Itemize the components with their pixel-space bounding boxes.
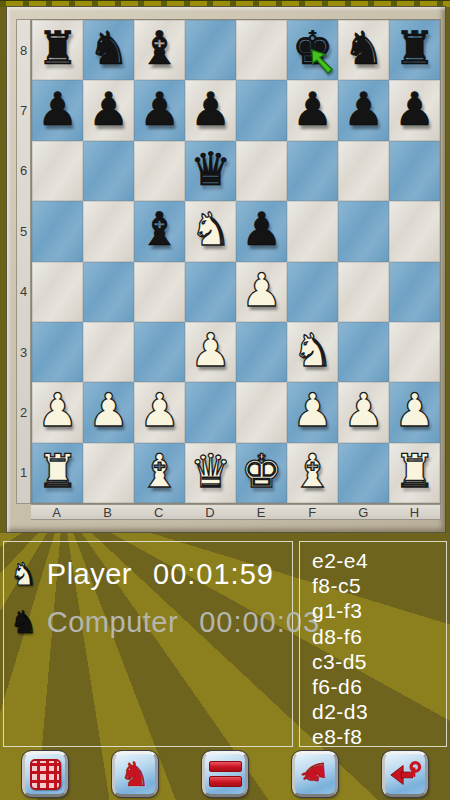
square-b2[interactable]: ♟ bbox=[83, 382, 134, 442]
black-knight: ♞ bbox=[343, 25, 384, 71]
undo-arrow-icon bbox=[388, 758, 422, 790]
black-pawn: ♟ bbox=[88, 86, 129, 132]
white-knight-icon: ♞ bbox=[10, 559, 38, 590]
panels-button[interactable] bbox=[202, 751, 248, 797]
square-g7[interactable]: ♟ bbox=[338, 80, 389, 140]
square-b5[interactable] bbox=[83, 201, 134, 261]
player-clock: 00:01:59 bbox=[153, 558, 274, 591]
square-f6[interactable] bbox=[287, 141, 338, 201]
bottom-panel: ♞ Player 00:01:59 ♞ Computer 00:00:03 e2… bbox=[0, 533, 450, 800]
square-g1[interactable] bbox=[338, 443, 389, 503]
black-pawn: ♟ bbox=[190, 86, 231, 132]
rank-label-1: 1 bbox=[17, 443, 30, 503]
knight-button[interactable]: ♞ bbox=[112, 751, 158, 797]
square-b4[interactable] bbox=[83, 262, 134, 322]
move-list-item[interactable]: d8-f6 bbox=[312, 624, 446, 649]
square-e5[interactable]: ♟ bbox=[236, 201, 287, 261]
square-d8[interactable] bbox=[185, 20, 236, 80]
black-bishop: ♝ bbox=[139, 206, 180, 252]
black-rook: ♜ bbox=[394, 25, 435, 71]
square-e4[interactable]: ♟ bbox=[236, 262, 287, 322]
black-pawn: ♟ bbox=[292, 86, 333, 132]
square-c7[interactable]: ♟ bbox=[134, 80, 185, 140]
undo-button[interactable] bbox=[382, 751, 428, 797]
white-bishop: ♝ bbox=[292, 448, 333, 494]
white-pawn: ♟ bbox=[139, 387, 180, 433]
square-b1[interactable] bbox=[83, 443, 134, 503]
white-bishop: ♝ bbox=[139, 448, 180, 494]
black-queen: ♛ bbox=[190, 146, 231, 192]
white-rook: ♜ bbox=[37, 448, 78, 494]
square-h3[interactable] bbox=[389, 322, 440, 382]
black-knight: ♞ bbox=[88, 25, 129, 71]
square-g5[interactable] bbox=[338, 201, 389, 261]
grid-icon bbox=[30, 759, 61, 790]
square-d4[interactable] bbox=[185, 262, 236, 322]
square-c1[interactable]: ♝ bbox=[134, 443, 185, 503]
fallen-piece-button[interactable]: ♞ bbox=[292, 751, 338, 797]
square-c6[interactable] bbox=[134, 141, 185, 201]
split-bars-icon bbox=[209, 758, 242, 790]
square-g8[interactable]: ♞ bbox=[338, 20, 389, 80]
square-e2[interactable] bbox=[236, 382, 287, 442]
rank-label-4: 4 bbox=[17, 262, 30, 322]
square-h1[interactable]: ♜ bbox=[389, 443, 440, 503]
square-h5[interactable] bbox=[389, 201, 440, 261]
move-list-item[interactable]: f8-c5 bbox=[312, 573, 446, 598]
square-b3[interactable] bbox=[83, 322, 134, 382]
white-pawn: ♟ bbox=[241, 267, 282, 313]
move-list-item[interactable]: e8-f8 bbox=[312, 724, 446, 747]
move-list-item[interactable]: g1-f3 bbox=[312, 598, 446, 623]
square-f4[interactable] bbox=[287, 262, 338, 322]
black-pawn: ♟ bbox=[139, 86, 180, 132]
chess-board[interactable]: ♜♞♝♚♞♜♟♟♟♟♟♟♟♛♝♞♟♟♟♞♟♟♟♟♟♟♜♝♛♚♝♜ bbox=[31, 19, 441, 504]
black-pawn: ♟ bbox=[37, 86, 78, 132]
square-e8[interactable] bbox=[236, 20, 287, 80]
board-grid-button[interactable] bbox=[22, 751, 68, 797]
white-pawn: ♟ bbox=[37, 387, 78, 433]
square-c2[interactable]: ♟ bbox=[134, 382, 185, 442]
rank-label-5: 5 bbox=[17, 201, 30, 261]
rank-label-2: 2 bbox=[17, 382, 30, 442]
toolbar: ♞ ♞ bbox=[0, 751, 450, 797]
last-move-cursor-icon bbox=[310, 48, 337, 75]
square-h2[interactable]: ♟ bbox=[389, 382, 440, 442]
file-label-a: A bbox=[31, 505, 82, 520]
board-frame: 87654321 ♜♞♝♚♞♜♟♟♟♟♟♟♟♛♝♞♟♟♟♞♟♟♟♟♟♟♜♝♛♚♝… bbox=[6, 6, 446, 533]
square-d3[interactable]: ♟ bbox=[185, 322, 236, 382]
file-label-g: G bbox=[338, 505, 389, 520]
white-rook: ♜ bbox=[394, 448, 435, 494]
move-list[interactable]: e2-e4f8-c5g1-f3d8-f6c3-d5f6-d6d2-d3e8-f8 bbox=[299, 541, 447, 747]
square-e6[interactable] bbox=[236, 141, 287, 201]
black-pawn: ♟ bbox=[394, 86, 435, 132]
chess-app-screen: 87654321 ♜♞♝♚♞♜♟♟♟♟♟♟♟♛♝♞♟♟♟♞♟♟♟♟♟♟♜♝♛♚♝… bbox=[0, 0, 450, 800]
file-label-e: E bbox=[236, 505, 287, 520]
square-e1[interactable]: ♚ bbox=[236, 443, 287, 503]
square-d7[interactable]: ♟ bbox=[185, 80, 236, 140]
move-list-item[interactable]: d2-d3 bbox=[312, 699, 446, 724]
square-h7[interactable]: ♟ bbox=[389, 80, 440, 140]
player-row-black: ♞ Computer 00:00:03 bbox=[10, 606, 292, 639]
square-a5[interactable] bbox=[32, 201, 83, 261]
square-c3[interactable] bbox=[134, 322, 185, 382]
player-name: Player bbox=[47, 558, 132, 591]
square-a8[interactable]: ♜ bbox=[32, 20, 83, 80]
square-g4[interactable] bbox=[338, 262, 389, 322]
square-a7[interactable]: ♟ bbox=[32, 80, 83, 140]
white-pawn: ♟ bbox=[292, 387, 333, 433]
square-b7[interactable]: ♟ bbox=[83, 80, 134, 140]
white-knight: ♞ bbox=[190, 206, 231, 252]
white-knight: ♞ bbox=[292, 327, 333, 373]
square-h6[interactable] bbox=[389, 141, 440, 201]
black-knight-icon: ♞ bbox=[10, 607, 38, 638]
square-g6[interactable] bbox=[338, 141, 389, 201]
black-bishop: ♝ bbox=[139, 25, 180, 71]
rank-label-6: 6 bbox=[17, 141, 30, 201]
rank-labels: 87654321 bbox=[16, 19, 31, 504]
file-label-d: D bbox=[184, 505, 235, 520]
square-e3[interactable] bbox=[236, 322, 287, 382]
file-label-h: H bbox=[389, 505, 440, 520]
white-pawn: ♟ bbox=[88, 387, 129, 433]
square-f7[interactable]: ♟ bbox=[287, 80, 338, 140]
rank-label-3: 3 bbox=[17, 322, 30, 382]
rank-label-7: 7 bbox=[17, 80, 30, 140]
square-c5[interactable]: ♝ bbox=[134, 201, 185, 261]
square-d2[interactable] bbox=[185, 382, 236, 442]
white-queen: ♛ bbox=[190, 448, 231, 494]
square-a2[interactable]: ♟ bbox=[32, 382, 83, 442]
square-h8[interactable]: ♜ bbox=[389, 20, 440, 80]
file-labels: ABCDEFGH bbox=[31, 504, 441, 520]
fallen-piece-icon: ♞ bbox=[297, 757, 330, 787]
computer-name: Computer bbox=[47, 606, 178, 639]
white-king: ♚ bbox=[241, 448, 282, 494]
file-label-f: F bbox=[287, 505, 338, 520]
white-pawn: ♟ bbox=[190, 327, 231, 373]
player-row-white: ♞ Player 00:01:59 bbox=[10, 558, 292, 591]
square-b8[interactable]: ♞ bbox=[83, 20, 134, 80]
square-c4[interactable] bbox=[134, 262, 185, 322]
square-e7[interactable] bbox=[236, 80, 287, 140]
square-g2[interactable]: ♟ bbox=[338, 382, 389, 442]
square-d5[interactable]: ♞ bbox=[185, 201, 236, 261]
rank-label-8: 8 bbox=[17, 20, 30, 80]
black-pawn: ♟ bbox=[343, 86, 384, 132]
white-pawn: ♟ bbox=[343, 387, 384, 433]
square-d6[interactable]: ♛ bbox=[185, 141, 236, 201]
square-f5[interactable] bbox=[287, 201, 338, 261]
square-a3[interactable] bbox=[32, 322, 83, 382]
move-list-item[interactable]: c3-d5 bbox=[312, 649, 446, 674]
square-f3[interactable]: ♞ bbox=[287, 322, 338, 382]
square-b6[interactable] bbox=[83, 141, 134, 201]
square-h4[interactable] bbox=[389, 262, 440, 322]
player-info-panel: ♞ Player 00:01:59 ♞ Computer 00:00:03 bbox=[3, 541, 293, 747]
black-rook: ♜ bbox=[37, 25, 78, 71]
file-label-c: C bbox=[133, 505, 184, 520]
white-pawn: ♟ bbox=[394, 387, 435, 433]
square-g3[interactable] bbox=[338, 322, 389, 382]
square-a1[interactable]: ♜ bbox=[32, 443, 83, 503]
square-f1[interactable]: ♝ bbox=[287, 443, 338, 503]
square-f8[interactable]: ♚ bbox=[287, 20, 338, 80]
move-list-item[interactable]: f6-d6 bbox=[312, 674, 446, 699]
square-d1[interactable]: ♛ bbox=[185, 443, 236, 503]
square-a4[interactable] bbox=[32, 262, 83, 322]
square-f2[interactable]: ♟ bbox=[287, 382, 338, 442]
knight-icon: ♞ bbox=[120, 757, 150, 791]
square-c8[interactable]: ♝ bbox=[134, 20, 185, 80]
black-pawn: ♟ bbox=[241, 206, 282, 252]
square-a6[interactable] bbox=[32, 141, 83, 201]
move-list-item[interactable]: e2-e4 bbox=[312, 548, 446, 573]
file-label-b: B bbox=[82, 505, 133, 520]
